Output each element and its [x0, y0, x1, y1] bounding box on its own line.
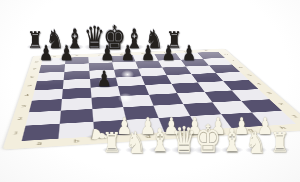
piece-black-pawn-b7: ♟ — [59, 43, 73, 63]
piece-black-pawn-g7: ♟ — [162, 43, 176, 63]
specular-highlight — [118, 93, 133, 103]
piece-white-bishop-f1: ♝ — [221, 125, 243, 157]
piece-black-pawn-c5: ♟ — [97, 69, 112, 90]
chess-set-photo: abcdefgh abcdefgh 87654321 87654321 ♜♞♝♛… — [0, 0, 300, 182]
piece-black-pawn-e7: ♟ — [121, 43, 135, 63]
piece-white-knight-b1: ♞ — [126, 127, 147, 157]
pieces-layer: ♜♞♝♛♚♝♞♜♟♟♟♟♟♟♟♟♟♟♟♟♟♟♟♟♜♞♝♛♚♝♞♜ — [0, 0, 300, 182]
piece-white-queen-d1: ♛ — [172, 122, 197, 158]
piece-white-knight-g1: ♞ — [246, 127, 267, 157]
piece-white-rook-h1: ♜ — [271, 129, 290, 156]
piece-black-pawn-h7: ♟ — [182, 43, 196, 63]
piece-black-pawn-a7: ♟ — [39, 43, 53, 63]
piece-black-pawn-d7: ♟ — [100, 43, 114, 63]
piece-white-rook-a1: ♜ — [103, 129, 122, 156]
piece-white-king-e1: ♚ — [195, 120, 221, 158]
specular-highlight — [121, 70, 134, 79]
piece-white-bishop-c1: ♝ — [149, 125, 171, 157]
piece-black-pawn-f7: ♟ — [141, 43, 155, 63]
